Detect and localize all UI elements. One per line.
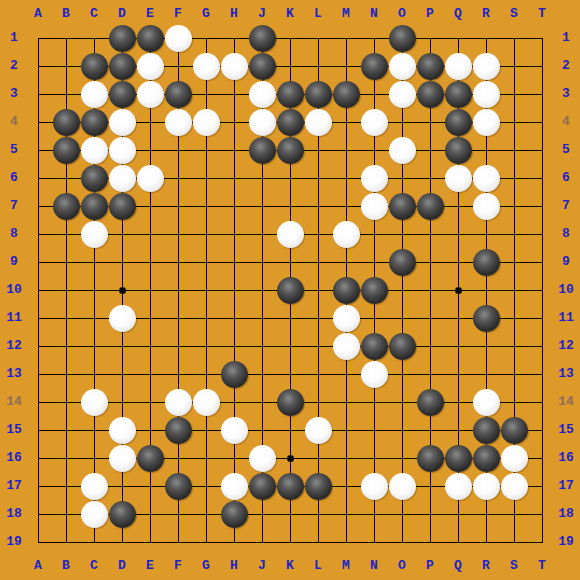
- stone-black-R15[interactable]: [473, 417, 500, 444]
- col-label-top-T: T: [531, 6, 553, 22]
- stone-white-D11[interactable]: [109, 305, 136, 332]
- stone-black-J5[interactable]: [249, 137, 276, 164]
- stone-white-R3[interactable]: [473, 81, 500, 108]
- col-label-bottom-K: K: [279, 558, 301, 574]
- col-label-top-M: M: [335, 6, 357, 22]
- stone-black-C4[interactable]: [81, 109, 108, 136]
- stone-black-P7[interactable]: [417, 193, 444, 220]
- row-label-right-14: 14: [555, 394, 577, 410]
- row-label-right-6: 6: [555, 170, 577, 186]
- stone-white-M8[interactable]: [333, 221, 360, 248]
- row-label-left-13: 13: [3, 366, 25, 382]
- stone-white-L15[interactable]: [305, 417, 332, 444]
- row-label-left-17: 17: [3, 478, 25, 494]
- stone-black-F3[interactable]: [165, 81, 192, 108]
- col-label-bottom-P: P: [419, 558, 441, 574]
- col-label-top-P: P: [419, 6, 441, 22]
- stone-white-G4[interactable]: [193, 109, 220, 136]
- row-label-right-5: 5: [555, 142, 577, 158]
- stone-black-N12[interactable]: [361, 333, 388, 360]
- stone-black-D7[interactable]: [109, 193, 136, 220]
- stone-white-Q2[interactable]: [445, 53, 472, 80]
- stone-black-C2[interactable]: [81, 53, 108, 80]
- stone-black-F17[interactable]: [165, 473, 192, 500]
- stone-black-O12[interactable]: [389, 333, 416, 360]
- stone-black-R11[interactable]: [473, 305, 500, 332]
- col-label-top-J: J: [251, 6, 273, 22]
- row-label-right-4: 4: [555, 114, 577, 130]
- col-label-top-H: H: [223, 6, 245, 22]
- stone-black-O9[interactable]: [389, 249, 416, 276]
- stone-black-P14[interactable]: [417, 389, 444, 416]
- stone-white-M11[interactable]: [333, 305, 360, 332]
- col-label-top-K: K: [279, 6, 301, 22]
- stone-black-R16[interactable]: [473, 445, 500, 472]
- stone-white-E6[interactable]: [137, 165, 164, 192]
- stone-white-E3[interactable]: [137, 81, 164, 108]
- stone-black-D18[interactable]: [109, 501, 136, 528]
- stone-white-R6[interactable]: [473, 165, 500, 192]
- row-label-left-14: 14: [3, 394, 25, 410]
- stone-black-B4[interactable]: [53, 109, 80, 136]
- row-label-right-13: 13: [555, 366, 577, 382]
- stone-white-C14[interactable]: [81, 389, 108, 416]
- col-label-top-D: D: [111, 6, 133, 22]
- star-point-Q10: [455, 287, 462, 294]
- stone-black-O1[interactable]: [389, 25, 416, 52]
- col-label-top-G: G: [195, 6, 217, 22]
- row-label-right-8: 8: [555, 226, 577, 242]
- stone-black-B7[interactable]: [53, 193, 80, 220]
- row-label-right-15: 15: [555, 422, 577, 438]
- col-label-bottom-M: M: [335, 558, 357, 574]
- col-label-bottom-H: H: [223, 558, 245, 574]
- row-label-right-3: 3: [555, 86, 577, 102]
- stone-black-P3[interactable]: [417, 81, 444, 108]
- stone-white-N13[interactable]: [361, 361, 388, 388]
- col-label-top-R: R: [475, 6, 497, 22]
- col-label-top-L: L: [307, 6, 329, 22]
- col-label-bottom-B: B: [55, 558, 77, 574]
- stone-black-K17[interactable]: [277, 473, 304, 500]
- stone-black-J1[interactable]: [249, 25, 276, 52]
- stone-black-P16[interactable]: [417, 445, 444, 472]
- row-label-right-7: 7: [555, 198, 577, 214]
- stone-black-D2[interactable]: [109, 53, 136, 80]
- stone-white-R17[interactable]: [473, 473, 500, 500]
- stone-white-H2[interactable]: [221, 53, 248, 80]
- row-label-left-10: 10: [3, 282, 25, 298]
- stone-black-L17[interactable]: [305, 473, 332, 500]
- stone-black-Q3[interactable]: [445, 81, 472, 108]
- star-point-K16: [287, 455, 294, 462]
- stone-white-O5[interactable]: [389, 137, 416, 164]
- row-label-right-1: 1: [555, 30, 577, 46]
- stone-black-O7[interactable]: [389, 193, 416, 220]
- row-label-left-19: 19: [3, 534, 25, 550]
- stone-white-N7[interactable]: [361, 193, 388, 220]
- stone-white-E2[interactable]: [137, 53, 164, 80]
- stone-white-N4[interactable]: [361, 109, 388, 136]
- stone-white-M12[interactable]: [333, 333, 360, 360]
- row-label-left-2: 2: [3, 58, 25, 74]
- col-label-top-C: C: [83, 6, 105, 22]
- row-label-right-9: 9: [555, 254, 577, 270]
- stone-white-F4[interactable]: [165, 109, 192, 136]
- col-label-bottom-J: J: [251, 558, 273, 574]
- stone-white-H15[interactable]: [221, 417, 248, 444]
- row-label-left-8: 8: [3, 226, 25, 242]
- row-label-left-15: 15: [3, 422, 25, 438]
- stone-black-L3[interactable]: [305, 81, 332, 108]
- stone-white-O2[interactable]: [389, 53, 416, 80]
- row-label-left-11: 11: [3, 310, 25, 326]
- stone-white-C3[interactable]: [81, 81, 108, 108]
- stone-black-M3[interactable]: [333, 81, 360, 108]
- col-label-bottom-S: S: [503, 558, 525, 574]
- stone-black-P2[interactable]: [417, 53, 444, 80]
- stone-white-D5[interactable]: [109, 137, 136, 164]
- go-board: ABCDEFGHJKLMNOPQRST ABCDEFGHJKLMNOPQRST …: [0, 0, 580, 580]
- stone-black-J17[interactable]: [249, 473, 276, 500]
- stone-white-G2[interactable]: [193, 53, 220, 80]
- col-label-top-E: E: [139, 6, 161, 22]
- col-label-bottom-D: D: [111, 558, 133, 574]
- col-label-bottom-L: L: [307, 558, 329, 574]
- row-label-left-7: 7: [3, 198, 25, 214]
- stone-black-Q16[interactable]: [445, 445, 472, 472]
- stone-white-F1[interactable]: [165, 25, 192, 52]
- stone-white-O17[interactable]: [389, 473, 416, 500]
- stone-white-N6[interactable]: [361, 165, 388, 192]
- row-label-left-1: 1: [3, 30, 25, 46]
- row-label-right-19: 19: [555, 534, 577, 550]
- stone-black-Q4[interactable]: [445, 109, 472, 136]
- row-label-right-12: 12: [555, 338, 577, 354]
- row-label-left-12: 12: [3, 338, 25, 354]
- stone-white-D16[interactable]: [109, 445, 136, 472]
- row-label-right-16: 16: [555, 450, 577, 466]
- stone-white-C8[interactable]: [81, 221, 108, 248]
- stone-black-H13[interactable]: [221, 361, 248, 388]
- stone-white-G14[interactable]: [193, 389, 220, 416]
- col-label-top-Q: Q: [447, 6, 469, 22]
- row-label-left-6: 6: [3, 170, 25, 186]
- stone-white-F14[interactable]: [165, 389, 192, 416]
- row-label-right-2: 2: [555, 58, 577, 74]
- row-label-left-18: 18: [3, 506, 25, 522]
- stone-white-C5[interactable]: [81, 137, 108, 164]
- col-label-bottom-G: G: [195, 558, 217, 574]
- stone-black-D1[interactable]: [109, 25, 136, 52]
- stone-white-R7[interactable]: [473, 193, 500, 220]
- col-label-bottom-Q: Q: [447, 558, 469, 574]
- stone-white-J4[interactable]: [249, 109, 276, 136]
- stone-black-C7[interactable]: [81, 193, 108, 220]
- row-label-right-18: 18: [555, 506, 577, 522]
- stone-black-D3[interactable]: [109, 81, 136, 108]
- stone-black-R9[interactable]: [473, 249, 500, 276]
- stone-black-K5[interactable]: [277, 137, 304, 164]
- row-label-left-3: 3: [3, 86, 25, 102]
- stone-black-K3[interactable]: [277, 81, 304, 108]
- stone-black-C6[interactable]: [81, 165, 108, 192]
- stone-white-K8[interactable]: [277, 221, 304, 248]
- stone-white-Q6[interactable]: [445, 165, 472, 192]
- stone-black-H18[interactable]: [221, 501, 248, 528]
- stone-white-L4[interactable]: [305, 109, 332, 136]
- stone-black-E16[interactable]: [137, 445, 164, 472]
- row-label-left-4: 4: [3, 114, 25, 130]
- col-label-bottom-R: R: [475, 558, 497, 574]
- row-label-right-10: 10: [555, 282, 577, 298]
- stone-black-E1[interactable]: [137, 25, 164, 52]
- stone-black-M10[interactable]: [333, 277, 360, 304]
- col-label-bottom-N: N: [363, 558, 385, 574]
- stone-black-F15[interactable]: [165, 417, 192, 444]
- col-label-bottom-C: C: [83, 558, 105, 574]
- col-label-bottom-O: O: [391, 558, 413, 574]
- col-label-bottom-A: A: [27, 558, 49, 574]
- stone-black-N10[interactable]: [361, 277, 388, 304]
- col-label-top-S: S: [503, 6, 525, 22]
- stone-white-C17[interactable]: [81, 473, 108, 500]
- stone-white-S17[interactable]: [501, 473, 528, 500]
- stone-black-Q5[interactable]: [445, 137, 472, 164]
- star-point-D10: [119, 287, 126, 294]
- stone-black-N2[interactable]: [361, 53, 388, 80]
- stone-white-D4[interactable]: [109, 109, 136, 136]
- stone-black-K4[interactable]: [277, 109, 304, 136]
- stone-white-D15[interactable]: [109, 417, 136, 444]
- stone-black-B5[interactable]: [53, 137, 80, 164]
- stone-black-K10[interactable]: [277, 277, 304, 304]
- col-label-top-N: N: [363, 6, 385, 22]
- stone-black-S15[interactable]: [501, 417, 528, 444]
- col-label-bottom-F: F: [167, 558, 189, 574]
- col-label-top-F: F: [167, 6, 189, 22]
- row-label-left-16: 16: [3, 450, 25, 466]
- stone-black-J2[interactable]: [249, 53, 276, 80]
- stone-white-D6[interactable]: [109, 165, 136, 192]
- stone-black-K14[interactable]: [277, 389, 304, 416]
- stone-white-O3[interactable]: [389, 81, 416, 108]
- stone-white-Q17[interactable]: [445, 473, 472, 500]
- stone-white-J3[interactable]: [249, 81, 276, 108]
- row-label-left-5: 5: [3, 142, 25, 158]
- stone-white-R14[interactable]: [473, 389, 500, 416]
- stone-white-H17[interactable]: [221, 473, 248, 500]
- col-label-top-B: B: [55, 6, 77, 22]
- row-label-right-11: 11: [555, 310, 577, 326]
- stone-white-C18[interactable]: [81, 501, 108, 528]
- row-label-left-9: 9: [3, 254, 25, 270]
- col-label-bottom-T: T: [531, 558, 553, 574]
- col-label-bottom-E: E: [139, 558, 161, 574]
- stone-white-N17[interactable]: [361, 473, 388, 500]
- stone-white-R4[interactable]: [473, 109, 500, 136]
- stone-white-R2[interactable]: [473, 53, 500, 80]
- row-label-right-17: 17: [555, 478, 577, 494]
- col-label-top-A: A: [27, 6, 49, 22]
- stone-white-S16[interactable]: [501, 445, 528, 472]
- stone-white-J16[interactable]: [249, 445, 276, 472]
- col-label-top-O: O: [391, 6, 413, 22]
